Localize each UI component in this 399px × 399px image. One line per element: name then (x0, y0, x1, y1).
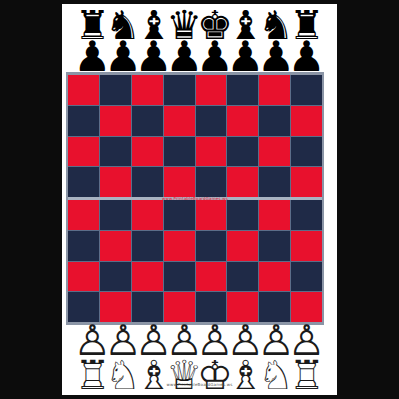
tray-piece-white-bishop-icon: ♗ (230, 358, 261, 392)
board-square (196, 167, 227, 197)
board-square (132, 137, 163, 167)
page-background: ♜♞♝♛♚♝♞♜ ♟♟♟♟♟♟♟♟ www.PrintableBoardGame… (0, 0, 399, 399)
board-square (196, 106, 227, 136)
board-square (227, 231, 258, 261)
board-square (68, 106, 99, 136)
tray-piece-white-knight-icon: ♘ (108, 358, 139, 392)
board-square (227, 167, 258, 197)
tray-top-pawns: ♟♟♟♟♟♟♟♟ (77, 42, 322, 72)
board-square (227, 200, 258, 230)
board-square (100, 200, 131, 230)
board-square (68, 231, 99, 261)
tray-piece-white-rook-icon: ♖ (77, 358, 108, 392)
board-square (164, 137, 195, 167)
tray-piece-white-bishop-icon: ♗ (138, 358, 169, 392)
board-square (132, 106, 163, 136)
board-square (196, 262, 227, 292)
board-square (291, 106, 322, 136)
board-square (68, 167, 99, 197)
tray-piece-black-pawn-icon: ♟ (108, 42, 139, 72)
board-square (196, 137, 227, 167)
board-square (164, 200, 195, 230)
board-square (164, 262, 195, 292)
board-square (227, 75, 258, 105)
board-bottom-half (68, 200, 322, 322)
board-square (259, 200, 290, 230)
board-square (196, 231, 227, 261)
tray-piece-black-pawn-icon: ♟ (230, 42, 261, 72)
board-square (291, 137, 322, 167)
board-square (132, 231, 163, 261)
board-square (291, 231, 322, 261)
board-square (291, 75, 322, 105)
watermark-bottom: www.PrintableBoardGames.ws (166, 383, 232, 387)
tray-piece-black-pawn-icon: ♟ (169, 42, 200, 72)
tray-piece-black-pawn-icon: ♟ (261, 42, 292, 72)
board-square (164, 167, 195, 197)
board-square (132, 167, 163, 197)
tray-piece-black-pawn-icon: ♟ (77, 42, 108, 72)
tray-piece-black-pawn-icon: ♟ (138, 42, 169, 72)
board-square (68, 262, 99, 292)
board-square (100, 106, 131, 136)
board-square (259, 106, 290, 136)
board-square (100, 167, 131, 197)
board-square (259, 262, 290, 292)
board-square (164, 231, 195, 261)
printable-sheet: ♜♞♝♛♚♝♞♜ ♟♟♟♟♟♟♟♟ www.PrintableBoardGame… (62, 4, 337, 395)
tray-piece-white-knight-icon: ♘ (261, 358, 292, 392)
board-square (68, 137, 99, 167)
board-square (164, 75, 195, 105)
board-square (68, 75, 99, 105)
board-square (259, 231, 290, 261)
board-square (227, 137, 258, 167)
board-square (291, 167, 322, 197)
board-square (259, 75, 290, 105)
tray-piece-black-pawn-icon: ♟ (291, 42, 322, 72)
board-square (291, 200, 322, 230)
board-square (259, 167, 290, 197)
board-square (259, 137, 290, 167)
tray-piece-white-rook-icon: ♖ (291, 358, 322, 392)
board-square (227, 262, 258, 292)
board-square (100, 137, 131, 167)
board-square (196, 200, 227, 230)
board-top-half (68, 75, 322, 197)
board-square (291, 262, 322, 292)
board-square (164, 106, 195, 136)
board-square (100, 231, 131, 261)
board-square (100, 262, 131, 292)
board-square (132, 200, 163, 230)
board-square (196, 75, 227, 105)
board-square (132, 262, 163, 292)
board-fold-line: www.PrintableBoardGames.ws (68, 197, 322, 200)
tray-piece-black-pawn-icon: ♟ (200, 42, 231, 72)
board-square (227, 106, 258, 136)
board-square (132, 75, 163, 105)
watermark-center: www.PrintableBoardGames.ws (162, 197, 228, 201)
board-square (68, 200, 99, 230)
chess-board: www.PrintableBoardGames.ws (66, 72, 324, 325)
board-square (100, 75, 131, 105)
